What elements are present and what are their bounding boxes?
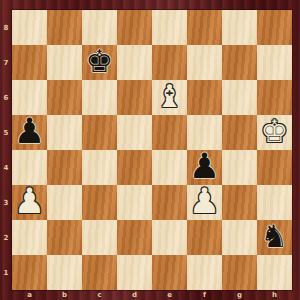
square-b2 [47,220,82,255]
square-g1 [222,255,257,290]
square-c4 [82,150,117,185]
square-d3 [117,185,152,220]
square-a3: ♟ [12,185,47,220]
square-f1 [187,255,222,290]
square-b7 [47,45,82,80]
square-g7 [222,45,257,80]
square-b3 [47,185,82,220]
black-king-c7: ♚ [86,46,114,77]
chess-board-frame: 87654321 abcdefgh ♚♝♟♚♟♟♟♞ [0,0,300,300]
square-c1 [82,255,117,290]
rank-labels: 87654321 [0,10,12,290]
square-c3 [82,185,117,220]
square-f3: ♟ [187,185,222,220]
square-b4 [47,150,82,185]
square-g5 [222,115,257,150]
file-label-d: d [117,290,152,300]
square-e7 [152,45,187,80]
file-label-f: f [187,290,222,300]
file-label-b: b [47,290,82,300]
square-f7 [187,45,222,80]
square-g3 [222,185,257,220]
chess-board: ♚♝♟♚♟♟♟♞ [12,10,292,290]
file-label-g: g [222,290,257,300]
square-b5 [47,115,82,150]
file-label-a: a [12,290,47,300]
square-d6 [117,80,152,115]
square-c2 [82,220,117,255]
square-e6: ♝ [152,80,187,115]
square-g2 [222,220,257,255]
square-c8 [82,10,117,45]
rank-label-6: 6 [0,80,12,115]
white-bishop-e6: ♝ [156,81,184,112]
square-f2 [187,220,222,255]
square-d8 [117,10,152,45]
square-f5 [187,115,222,150]
file-labels: abcdefgh [12,290,292,300]
black-pawn-f4: ♟ [189,149,220,184]
square-h6 [257,80,292,115]
square-e2 [152,220,187,255]
square-a7 [12,45,47,80]
square-a4 [12,150,47,185]
square-e1 [152,255,187,290]
black-pawn-a5: ♟ [14,114,45,149]
square-e8 [152,10,187,45]
square-g8 [222,10,257,45]
square-b6 [47,80,82,115]
rank-label-3: 3 [0,185,12,220]
square-e4 [152,150,187,185]
square-a8 [12,10,47,45]
square-a2 [12,220,47,255]
rank-label-8: 8 [0,10,12,45]
white-king-h5: ♚ [261,116,289,147]
square-c6 [82,80,117,115]
square-b8 [47,10,82,45]
rank-label-4: 4 [0,150,12,185]
rank-label-7: 7 [0,45,12,80]
rank-label-2: 2 [0,220,12,255]
square-h2: ♞ [257,220,292,255]
square-c7: ♚ [82,45,117,80]
square-e5 [152,115,187,150]
file-label-c: c [82,290,117,300]
square-f4: ♟ [187,150,222,185]
file-label-e: e [152,290,187,300]
square-h1 [257,255,292,290]
square-a1 [12,255,47,290]
square-h7 [257,45,292,80]
square-g6 [222,80,257,115]
rank-label-5: 5 [0,115,12,150]
square-e3 [152,185,187,220]
white-pawn-a3: ♟ [14,184,45,219]
square-b1 [47,255,82,290]
square-f6 [187,80,222,115]
square-d2 [117,220,152,255]
square-h8 [257,10,292,45]
black-knight-h2: ♞ [261,221,289,252]
square-d5 [117,115,152,150]
rank-label-1: 1 [0,255,12,290]
white-pawn-f3: ♟ [189,184,220,219]
square-d1 [117,255,152,290]
square-c5 [82,115,117,150]
square-d4 [117,150,152,185]
square-g4 [222,150,257,185]
file-label-h: h [257,290,292,300]
square-f8 [187,10,222,45]
square-h3 [257,185,292,220]
square-d7 [117,45,152,80]
square-h5: ♚ [257,115,292,150]
square-h4 [257,150,292,185]
square-a6 [12,80,47,115]
square-a5: ♟ [12,115,47,150]
